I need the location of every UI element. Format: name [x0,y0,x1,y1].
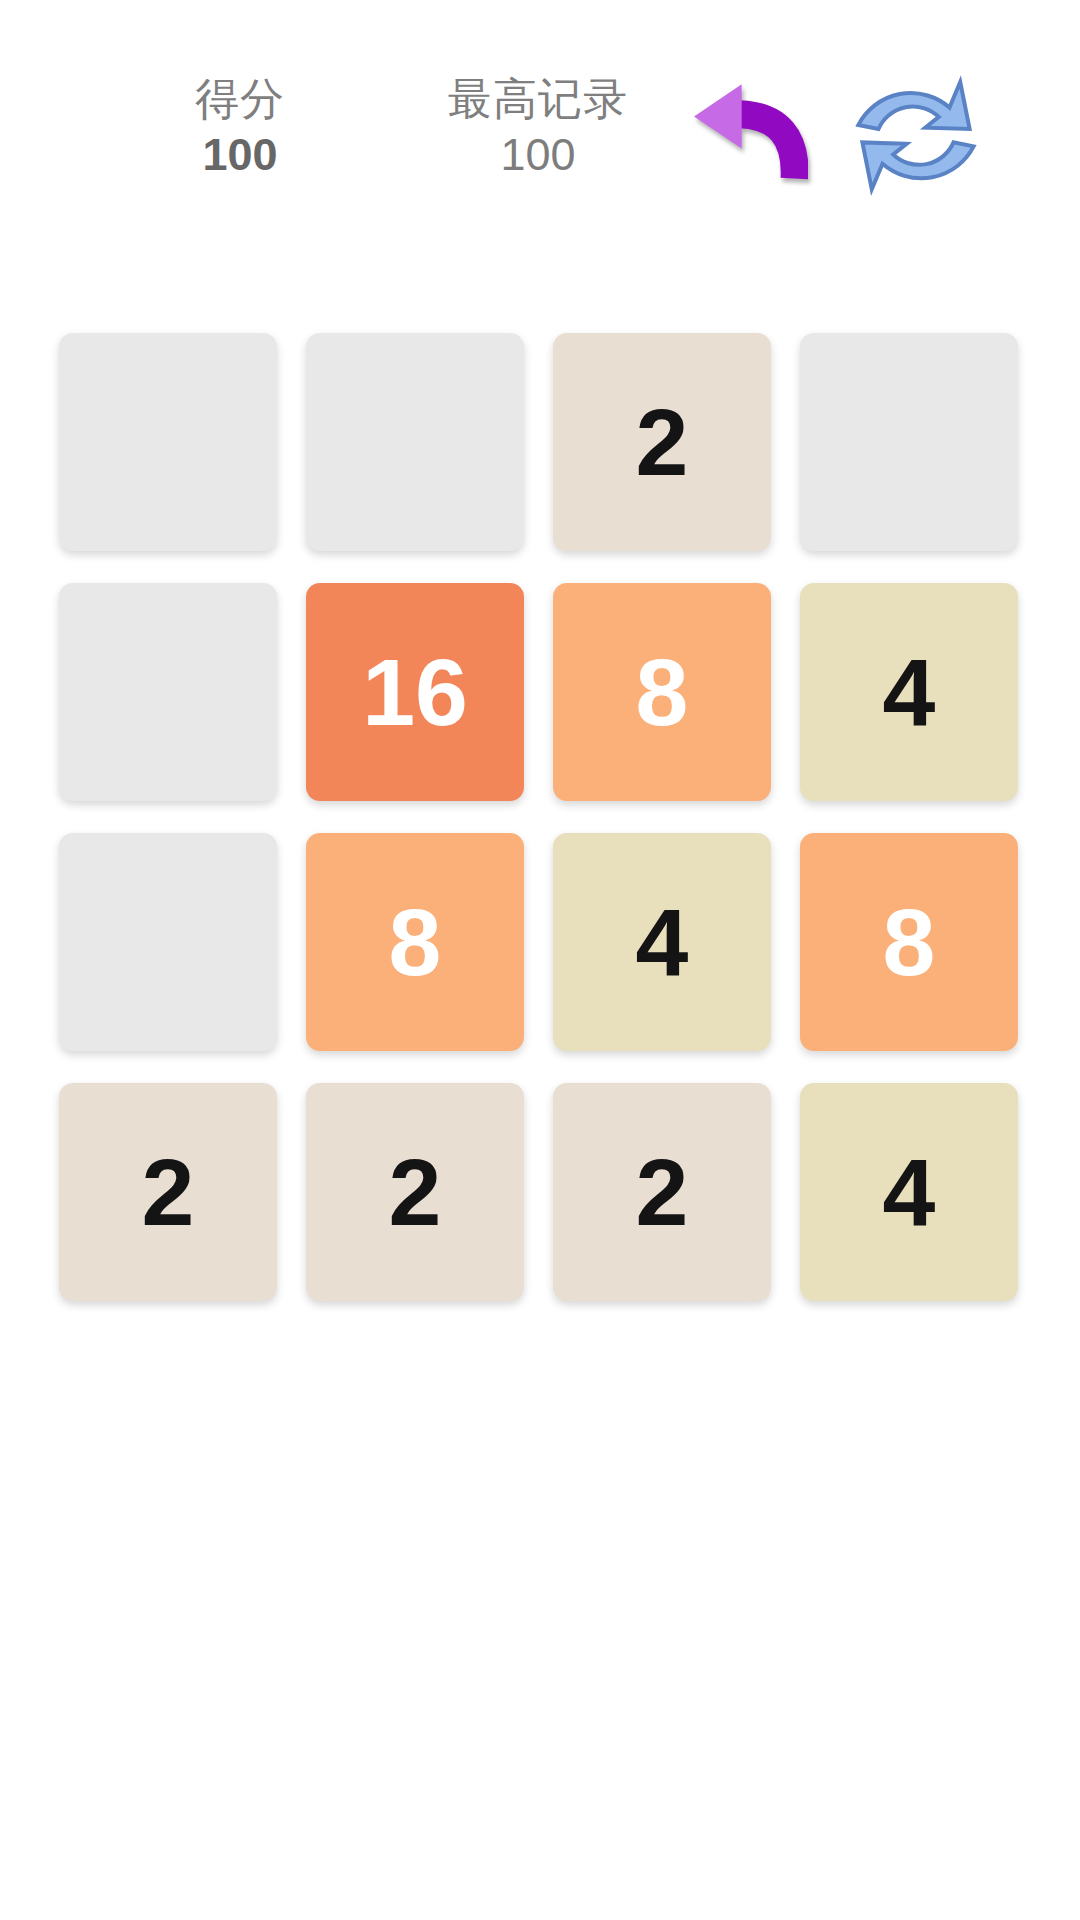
2048-app: 得分 100 最高记录 100 216848482224 [0,0,1080,1920]
tile-4: 4 [800,1083,1018,1301]
tile-8: 8 [306,833,524,1051]
score-value: 100 [130,128,350,182]
tile-4: 4 [800,583,1018,801]
tile-8: 8 [553,583,771,801]
tile-2: 2 [553,1083,771,1301]
score-panel: 得分 100 [130,70,350,182]
board[interactable]: 216848482224 [59,333,1018,1301]
empty-cell [800,333,1018,551]
undo-button[interactable] [694,82,808,186]
tile-8: 8 [800,833,1018,1051]
best-score-label: 最高记录 [403,70,673,128]
empty-cell [306,333,524,551]
best-score-value: 100 [403,128,673,182]
score-label: 得分 [130,70,350,128]
tile-2: 2 [59,1083,277,1301]
empty-cell [59,833,277,1051]
best-score-panel: 最高记录 100 [403,70,673,182]
tile-2: 2 [553,333,771,551]
refresh-button[interactable] [846,66,986,200]
tile-2: 2 [306,1083,524,1301]
empty-cell [59,333,277,551]
refresh-icon [846,66,986,200]
tile-4: 4 [553,833,771,1051]
undo-icon [694,82,808,186]
empty-cell [59,583,277,801]
tile-16: 16 [306,583,524,801]
